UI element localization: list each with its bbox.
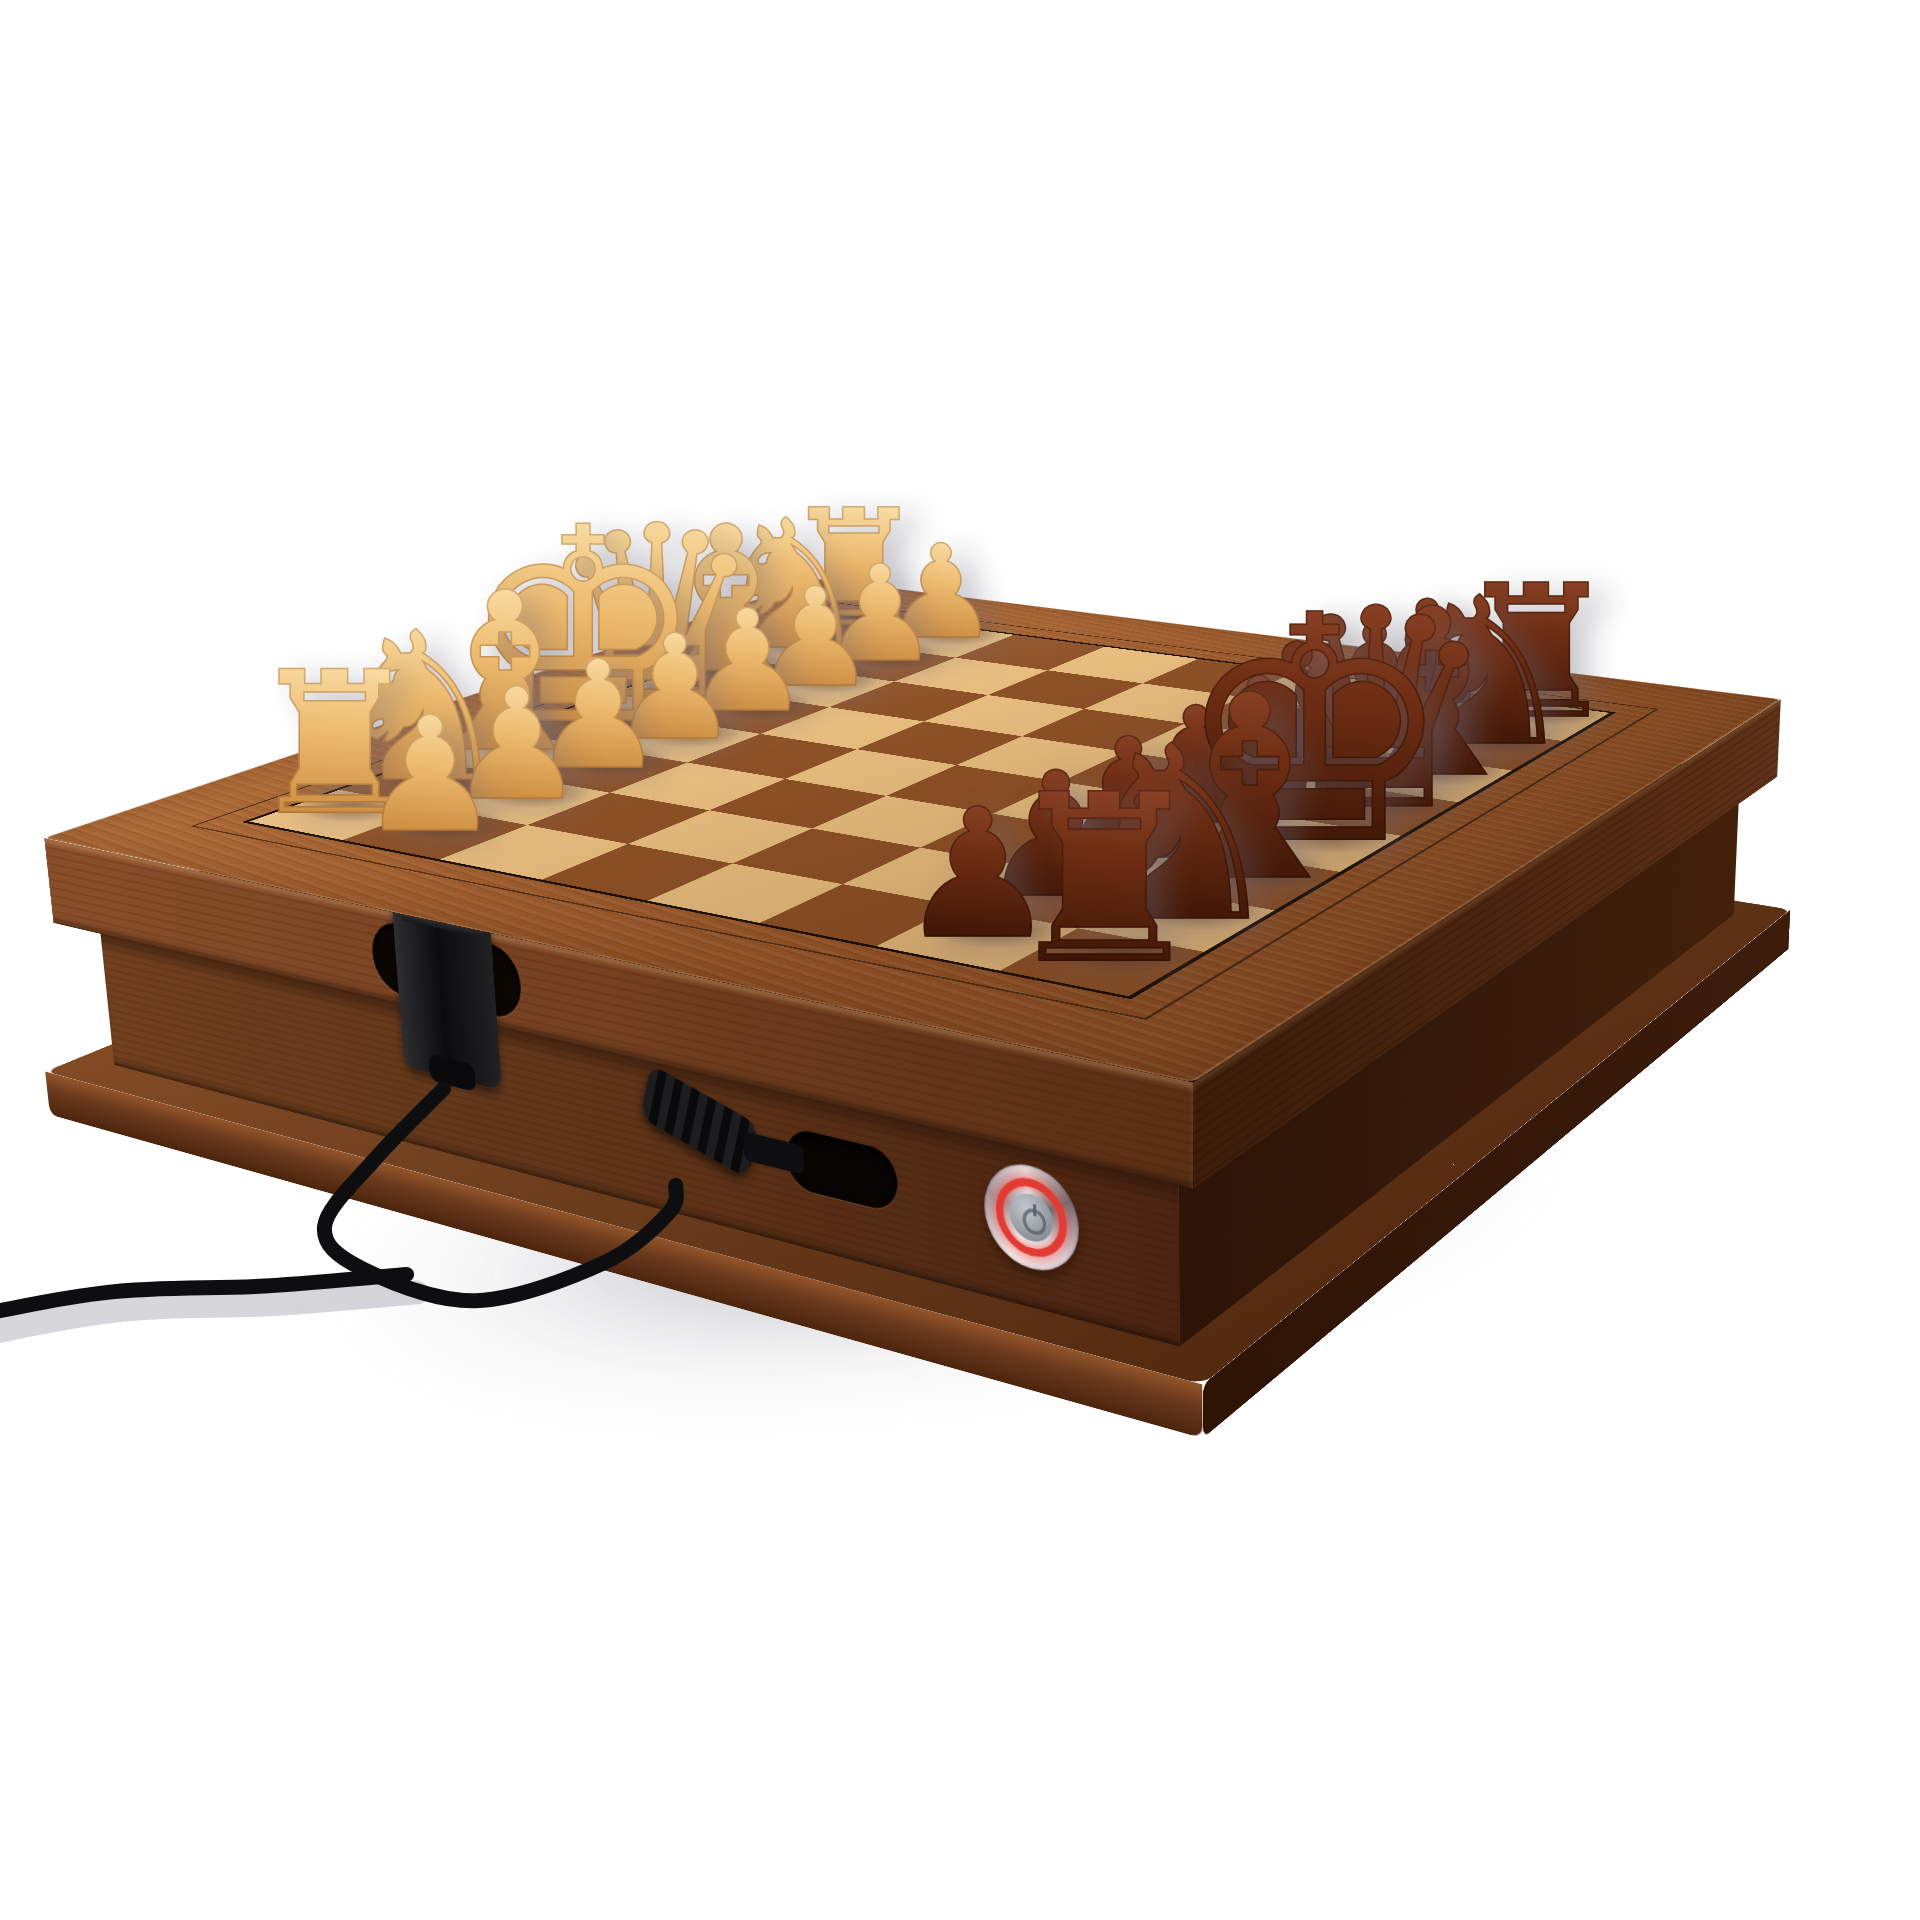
square-g3: [528, 793, 709, 844]
scene-tilt-wrapper: [0, 0, 1920, 1920]
square-e8: [1219, 817, 1401, 872]
square-g7: [957, 867, 1151, 927]
square-h4: [541, 844, 732, 901]
square-h5: [648, 863, 843, 923]
square-d8: [1283, 785, 1459, 836]
square-h8: [999, 928, 1204, 996]
power-button[interactable]: [983, 1155, 1080, 1281]
product-photo: ♜♞♝♛♚♝♞♜♟♟♟♟♟♟♟♟♟♟♟♟♟♟♟♟♜♞♝♛♚♝♞♜: [0, 0, 1920, 1920]
square-g4: [628, 810, 812, 863]
square-f4: [709, 779, 887, 829]
square-g6: [842, 848, 1032, 906]
square-g8: [1078, 888, 1275, 951]
perspective-scene: [0, 0, 1920, 1920]
square-f6: [920, 814, 1103, 868]
square-h1: [249, 790, 431, 840]
chess-board-3d: [44, 579, 1781, 1083]
square-e7: [1103, 799, 1282, 852]
square-g5: [733, 828, 920, 883]
square-d7: [1169, 768, 1342, 817]
square-h2: [342, 807, 527, 859]
square-f8: [1151, 851, 1340, 910]
square-h6: [759, 884, 957, 946]
square-e5: [887, 765, 1061, 813]
square-g2: [432, 776, 611, 825]
square-e6: [993, 782, 1170, 832]
power-plug: [391, 897, 501, 1090]
square-f7: [1033, 832, 1219, 888]
square-h7: [876, 905, 1077, 970]
power-icon: [1022, 1206, 1046, 1238]
square-c8: [1342, 754, 1512, 802]
square-f5: [812, 796, 992, 848]
square-h3: [440, 825, 628, 880]
